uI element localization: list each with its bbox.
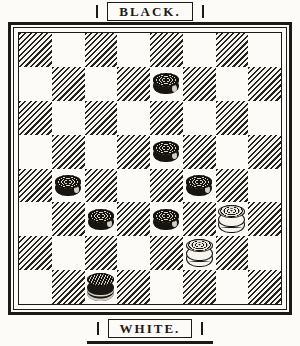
square-r3c7-hatched	[248, 135, 281, 169]
black-man-piece[interactable]	[55, 175, 81, 196]
square-r0c0-hatched	[19, 33, 52, 67]
frame-tick-right	[202, 5, 204, 18]
black-king-piece[interactable]	[87, 273, 114, 301]
square-r3c5-hatched	[183, 135, 216, 169]
caption-rule	[87, 341, 213, 344]
square-r5c4-playable[interactable]	[150, 202, 183, 236]
square-r4c2-hatched	[85, 169, 118, 203]
square-r6c5-playable[interactable]	[183, 236, 216, 270]
square-r7c6-playable[interactable]	[216, 270, 249, 304]
checkers-board-frame	[8, 22, 292, 315]
square-r5c7-hatched	[248, 202, 281, 236]
square-r2c7-playable[interactable]	[248, 101, 281, 135]
square-r1c6-playable[interactable]	[216, 67, 249, 101]
square-r1c7-hatched	[248, 67, 281, 101]
square-r1c2-playable[interactable]	[85, 67, 118, 101]
square-r0c7-playable[interactable]	[248, 33, 281, 67]
frame-tick-left	[96, 5, 98, 18]
square-r7c3-hatched	[117, 270, 150, 304]
square-r6c2-hatched	[85, 236, 118, 270]
piece-top-face	[186, 175, 212, 189]
square-r5c3-hatched	[117, 202, 150, 236]
black-man-piece[interactable]	[153, 209, 179, 230]
square-r4c5-playable[interactable]	[183, 169, 216, 203]
square-r3c1-hatched	[52, 135, 85, 169]
square-r7c5-hatched	[183, 270, 216, 304]
piece-top-face	[55, 175, 81, 189]
piece-top-face	[153, 209, 179, 223]
square-r7c0-playable[interactable]	[19, 270, 52, 304]
square-r4c7-playable[interactable]	[248, 169, 281, 203]
white-king-piece[interactable]	[218, 205, 245, 233]
square-r2c0-hatched	[19, 101, 52, 135]
square-r6c3-playable[interactable]	[117, 236, 150, 270]
frame-tick-left	[97, 322, 99, 335]
square-r1c3-hatched	[117, 67, 150, 101]
diagram-page: BLACK. WHITE.	[0, 0, 300, 346]
square-r0c1-playable[interactable]	[52, 33, 85, 67]
square-r7c2-playable[interactable]	[85, 270, 118, 304]
white-side-label: WHITE.	[108, 319, 193, 338]
square-r1c5-hatched	[183, 67, 216, 101]
square-r5c0-playable[interactable]	[19, 202, 52, 236]
black-man-piece[interactable]	[153, 141, 179, 162]
square-r7c7-hatched	[248, 270, 281, 304]
square-r1c1-hatched	[52, 67, 85, 101]
square-r4c0-hatched	[19, 169, 52, 203]
square-r0c2-hatched	[85, 33, 118, 67]
black-side-label: BLACK.	[107, 2, 192, 21]
square-r2c6-hatched	[216, 101, 249, 135]
square-r2c1-playable[interactable]	[52, 101, 85, 135]
square-r5c2-playable[interactable]	[85, 202, 118, 236]
square-r5c6-playable[interactable]	[216, 202, 249, 236]
square-r3c6-playable[interactable]	[216, 135, 249, 169]
piece-top-face	[186, 239, 213, 252]
white-side-label-row: WHITE.	[0, 319, 300, 338]
square-r7c1-hatched	[52, 270, 85, 304]
square-r2c3-playable[interactable]	[117, 101, 150, 135]
square-r2c2-hatched	[85, 101, 118, 135]
square-r4c6-hatched	[216, 169, 249, 203]
black-side-label-row: BLACK.	[0, 2, 300, 21]
black-man-piece[interactable]	[186, 175, 212, 196]
square-r6c7-playable[interactable]	[248, 236, 281, 270]
frame-tick-right	[201, 322, 203, 335]
square-r0c6-hatched	[216, 33, 249, 67]
square-r7c4-playable[interactable]	[150, 270, 183, 304]
square-r0c4-hatched	[150, 33, 183, 67]
square-r1c4-playable[interactable]	[150, 67, 183, 101]
checkers-board-grid	[18, 32, 282, 305]
square-r4c4-hatched	[150, 169, 183, 203]
square-r1c0-playable[interactable]	[19, 67, 52, 101]
square-r5c1-hatched	[52, 202, 85, 236]
square-r6c0-hatched	[19, 236, 52, 270]
square-r4c1-playable[interactable]	[52, 169, 85, 203]
square-r5c5-hatched	[183, 202, 216, 236]
black-man-piece[interactable]	[88, 209, 114, 230]
checkers-board-inner-frame	[13, 27, 287, 310]
white-king-piece[interactable]	[186, 239, 213, 267]
square-r3c4-playable[interactable]	[150, 135, 183, 169]
square-r6c6-hatched	[216, 236, 249, 270]
square-r4c3-playable[interactable]	[117, 169, 150, 203]
square-r3c2-playable[interactable]	[85, 135, 118, 169]
square-r3c0-playable[interactable]	[19, 135, 52, 169]
square-r6c1-playable[interactable]	[52, 236, 85, 270]
square-r0c3-playable[interactable]	[117, 33, 150, 67]
square-r2c4-hatched	[150, 101, 183, 135]
black-man-piece[interactable]	[153, 73, 179, 94]
square-r2c5-playable[interactable]	[183, 101, 216, 135]
square-r0c5-playable[interactable]	[183, 33, 216, 67]
square-r6c4-hatched	[150, 236, 183, 270]
square-r3c3-hatched	[117, 135, 150, 169]
piece-top-face	[88, 209, 114, 223]
